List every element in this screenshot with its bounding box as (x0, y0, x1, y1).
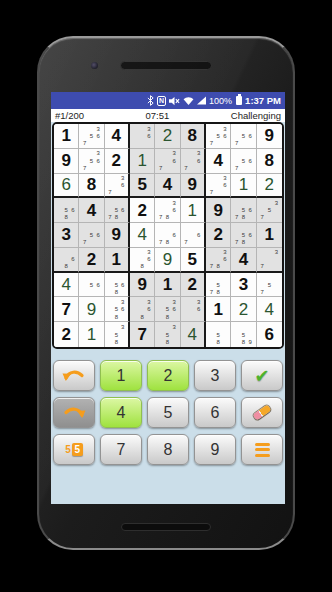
eraser-button[interactable] (241, 397, 283, 428)
pencil-marks: 67 (181, 223, 204, 247)
key-label: 4 (117, 404, 126, 422)
cell-r7c8[interactable]: 3 (231, 273, 256, 298)
cell-r1c5[interactable]: 2 (155, 124, 180, 149)
cell-r3c6[interactable]: 9 (181, 174, 206, 199)
cell-r7c9[interactable]: 57 (257, 273, 282, 298)
check-button[interactable]: ✔ (241, 360, 283, 391)
cell-r9c7[interactable]: 58 (206, 322, 231, 347)
cell-r1c3[interactable]: 4 (105, 124, 130, 149)
cell-r1c4[interactable]: 36 (130, 124, 155, 149)
given-digit: 1 (61, 127, 70, 144)
cell-r5c9[interactable]: 1 (257, 223, 282, 248)
given-digit: 9 (213, 202, 222, 219)
cell-r9c5[interactable]: 358 (155, 322, 180, 347)
cell-r7c4[interactable]: 9 (130, 273, 155, 298)
info-bar: #1/200 07:51 Challenging (51, 109, 285, 122)
cell-r3c3[interactable]: 367 (105, 174, 130, 199)
pencil-toggle-button[interactable]: 55 (53, 434, 95, 465)
given-digit: 4 (87, 202, 96, 219)
user-digit: 4 (61, 276, 70, 293)
keypad-row: 456 (53, 397, 283, 428)
cell-r3c9[interactable]: 2 (257, 174, 282, 199)
difficulty-label: Challenging (231, 110, 281, 121)
cell-r8c7[interactable]: 1 (206, 297, 231, 322)
key-1[interactable]: 1 (100, 360, 142, 391)
key-label: 8 (164, 441, 173, 459)
user-digit: 6 (61, 176, 70, 193)
cell-r9c2[interactable]: 1 (79, 322, 104, 347)
eraser-icon (253, 404, 272, 420)
pencil-marks: 578 (206, 273, 230, 297)
key-label: 2 (164, 367, 173, 385)
cell-r8c9[interactable]: 4 (257, 297, 282, 322)
cell-r7c5[interactable]: 1 (155, 273, 180, 298)
pencil-marks: 368 (130, 297, 154, 321)
cell-r6c6[interactable]: 5 (181, 248, 206, 273)
nfc-icon: N (157, 96, 166, 106)
cell-r9c1[interactable]: 2 (54, 322, 79, 347)
cell-r3c8[interactable]: 1 (231, 174, 256, 199)
cell-r3c5[interactable]: 4 (155, 174, 180, 199)
cell-r8c2[interactable]: 9 (79, 297, 104, 322)
key-3[interactable]: 3 (194, 360, 236, 391)
cell-r7c7[interactable]: 578 (206, 273, 231, 298)
user-digit: 1 (239, 176, 248, 193)
pencil-marks: 37 (257, 248, 282, 271)
given-digit: 3 (239, 276, 248, 293)
cell-r9c8[interactable]: 589 (231, 322, 256, 347)
cell-r3c2[interactable]: 8 (79, 174, 104, 199)
cell-r1c2[interactable]: 3567 (79, 124, 104, 149)
pencil-marks: 567 (231, 124, 255, 148)
given-digit: 1 (112, 251, 121, 268)
pencil-marks: 5678 (231, 198, 255, 222)
redo-button[interactable] (53, 397, 95, 428)
key-label: 9 (211, 441, 220, 459)
cell-r1c9[interactable]: 9 (257, 124, 282, 149)
user-digit: 1 (137, 152, 146, 169)
timer: 07:51 (146, 110, 170, 121)
given-digit: 2 (61, 326, 70, 343)
cell-r2c6[interactable]: 367 (181, 149, 206, 174)
cell-r5c7[interactable]: 2 (206, 223, 231, 248)
given-digit: 7 (137, 326, 146, 343)
menu-button[interactable] (241, 434, 283, 465)
cell-r7c3[interactable]: 568 (105, 273, 130, 298)
pencil-marks: 68 (54, 248, 78, 271)
cell-r5c8[interactable]: 5678 (231, 223, 256, 248)
cell-r3c1[interactable]: 6 (54, 174, 79, 199)
cell-r2c4[interactable]: 1 (130, 149, 155, 174)
bottom-speaker (121, 523, 211, 531)
given-digit: 8 (87, 176, 96, 193)
pencil-marks: 367 (181, 149, 204, 173)
pencil-marks: 5678 (231, 223, 255, 247)
cell-r1c6[interactable]: 8 (181, 124, 206, 149)
given-digit: 2 (188, 276, 197, 293)
pencil-marks: 567 (79, 223, 103, 247)
given-digit: 4 (213, 152, 222, 169)
cell-r8c5[interactable]: 3568 (155, 297, 180, 322)
cell-r5c2[interactable]: 567 (79, 223, 104, 248)
cell-r6c7[interactable]: 3678 (206, 248, 231, 273)
undo-button[interactable] (53, 360, 95, 391)
given-digit: 7 (61, 301, 70, 318)
key-label: 6 (211, 404, 220, 422)
cell-r6c4[interactable]: 368 (130, 248, 155, 273)
pencil-marks: 57 (257, 273, 282, 297)
cell-r5c5[interactable]: 678 (155, 223, 180, 248)
given-digit: 6 (265, 326, 274, 343)
pencil-marks: 58 (206, 322, 230, 347)
user-digit: 9 (163, 251, 172, 268)
pencil-marks: 367 (206, 174, 230, 197)
user-digit: 1 (188, 202, 197, 219)
user-digit: 2 (163, 127, 172, 144)
cell-r5c1[interactable]: 3 (54, 223, 79, 248)
cell-r4c5[interactable]: 3678 (155, 198, 180, 223)
pencil-mode-icon: 55 (65, 443, 83, 456)
cell-r1c7[interactable]: 3567 (206, 124, 231, 149)
pencil-marks: 3678 (155, 198, 179, 222)
user-digit: 9 (87, 301, 96, 318)
phone-frame: N 100% 1:37 PM #1/200 07:51 Challenging … (37, 36, 295, 550)
pencil-marks: 589 (231, 322, 255, 347)
sudoku-board: 1356743628356756799356721367367456786836… (52, 122, 284, 349)
cell-r7c2[interactable]: 56 (79, 273, 104, 298)
cell-r6c5[interactable]: 9 (155, 248, 180, 273)
cell-r7c6[interactable]: 2 (181, 273, 206, 298)
cell-r4c2[interactable]: 4 (79, 198, 104, 223)
screen: N 100% 1:37 PM #1/200 07:51 Challenging … (51, 92, 285, 504)
cell-r3c4[interactable]: 5 (130, 174, 155, 199)
cell-r6c2[interactable]: 2 (79, 248, 104, 273)
user-digit: 4 (188, 326, 197, 343)
given-digit: 1 (213, 301, 222, 318)
cell-r4c6[interactable]: 1 (181, 198, 206, 223)
pencil-marks: 568 (54, 198, 78, 222)
cell-r5c6[interactable]: 67 (181, 223, 206, 248)
cell-r8c1[interactable]: 7 (54, 297, 79, 322)
given-digit: 1 (265, 226, 274, 243)
cell-r6c3[interactable]: 1 (105, 248, 130, 273)
pencil-marks: 368 (130, 248, 154, 271)
key-4[interactable]: 4 (100, 397, 142, 428)
key-label: 3 (211, 367, 220, 385)
cell-r6c1[interactable]: 68 (54, 248, 79, 273)
key-2[interactable]: 2 (147, 360, 189, 391)
earpiece-speaker (120, 61, 212, 70)
battery-icon (236, 96, 242, 105)
given-digit: 8 (188, 127, 197, 144)
cell-r2c9[interactable]: 8 (257, 149, 282, 174)
given-digit: 4 (112, 127, 121, 144)
cell-r5c3[interactable]: 9 (105, 223, 130, 248)
pencil-marks: 567 (231, 149, 255, 173)
given-digit: 2 (87, 251, 96, 268)
given-digit: 9 (265, 127, 274, 144)
cell-r7c1[interactable]: 4 (54, 273, 79, 298)
status-bar: N 100% 1:37 PM (51, 92, 285, 109)
checkmark-icon: ✔ (254, 365, 269, 387)
cell-r6c9[interactable]: 37 (257, 248, 282, 273)
key-label: 1 (117, 367, 126, 385)
cell-r2c3[interactable]: 2 (105, 149, 130, 174)
cell-r8c8[interactable]: 2 (231, 297, 256, 322)
pencil-marks: 3567 (79, 149, 103, 173)
given-digit: 5 (137, 176, 146, 193)
given-digit: 2 (137, 202, 146, 219)
pencil-marks: 358 (155, 322, 179, 347)
cell-r2c8[interactable]: 567 (231, 149, 256, 174)
given-digit: 9 (137, 276, 146, 293)
given-digit: 2 (112, 152, 121, 169)
front-camera-icon (91, 62, 98, 69)
pencil-marks: 367 (105, 174, 128, 197)
given-digit: 9 (112, 226, 121, 243)
pencil-marks: 367 (155, 149, 179, 173)
cell-r5c4[interactable]: 4 (130, 223, 155, 248)
cell-r2c1[interactable]: 9 (54, 149, 79, 174)
cell-r4c7[interactable]: 9 (206, 198, 231, 223)
key-label: 5 (164, 404, 173, 422)
cell-r3c7[interactable]: 367 (206, 174, 231, 199)
pencil-marks: 3568 (105, 297, 128, 321)
cell-r2c2[interactable]: 3567 (79, 149, 104, 174)
user-digit: 1 (87, 326, 96, 343)
signal-icon (197, 96, 206, 105)
battery-percent: 100% (209, 96, 232, 106)
cell-r1c8[interactable]: 567 (231, 124, 256, 149)
puzzle-number: #1/200 (55, 110, 84, 121)
given-digit: 8 (265, 152, 274, 169)
key-7[interactable]: 7 (100, 434, 142, 465)
cell-r4c1[interactable]: 568 (54, 198, 79, 223)
bluetooth-icon (147, 95, 154, 106)
cell-r9c4[interactable]: 7 (130, 322, 155, 347)
given-digit: 4 (239, 251, 248, 268)
cell-r9c9[interactable]: 6 (257, 322, 282, 347)
cell-r6c8[interactable]: 4 (231, 248, 256, 273)
key-8[interactable]: 8 (147, 434, 189, 465)
given-digit: 2 (213, 226, 222, 243)
user-digit: 2 (239, 301, 248, 318)
pencil-marks: 568 (105, 273, 128, 297)
cell-r4c9[interactable]: 357 (257, 198, 282, 223)
given-digit: 3 (61, 226, 70, 243)
mute-icon (169, 96, 180, 106)
pencil-marks: 3568 (155, 297, 179, 321)
menu-bars-icon (255, 443, 270, 457)
pencil-marks: 357 (257, 198, 282, 222)
pencil-marks: 5678 (105, 198, 128, 222)
cell-r8c6[interactable]: 36 (181, 297, 206, 322)
cell-r2c7[interactable]: 4 (206, 149, 231, 174)
cell-r4c3[interactable]: 5678 (105, 198, 130, 223)
user-digit: 4 (265, 301, 274, 318)
pencil-marks: 678 (155, 223, 179, 247)
given-digit: 9 (188, 176, 197, 193)
pencil-marks: 36 (181, 297, 204, 321)
cell-r4c8[interactable]: 5678 (231, 198, 256, 223)
cell-r9c6[interactable]: 4 (181, 322, 206, 347)
key-5[interactable]: 5 (147, 397, 189, 428)
key-9[interactable]: 9 (194, 434, 236, 465)
given-digit: 5 (188, 251, 197, 268)
given-digit: 1 (163, 276, 172, 293)
cell-r8c4[interactable]: 368 (130, 297, 155, 322)
cell-r9c3[interactable]: 358 (105, 322, 130, 347)
pencil-marks: 358 (105, 322, 128, 347)
pencil-marks: 3678 (206, 248, 230, 271)
cell-r4c4[interactable]: 2 (130, 198, 155, 223)
given-digit: 4 (163, 176, 172, 193)
pencil-marks: 56 (79, 273, 103, 297)
cell-r8c3[interactable]: 3568 (105, 297, 130, 322)
cell-r2c5[interactable]: 367 (155, 149, 180, 174)
keypad: 123✔45655789 (51, 360, 285, 465)
pencil-marks: 3567 (206, 124, 230, 148)
cell-r1c1[interactable]: 1 (54, 124, 79, 149)
undo-arrow-icon (62, 368, 86, 383)
key-label: 7 (117, 441, 126, 459)
keypad-row: 55789 (53, 434, 283, 465)
key-6[interactable]: 6 (194, 397, 236, 428)
given-digit: 9 (61, 152, 70, 169)
redo-arrow-icon (62, 405, 86, 420)
status-time: 1:37 PM (245, 95, 281, 106)
wifi-icon (183, 96, 194, 105)
user-digit: 2 (265, 176, 274, 193)
keypad-row: 123✔ (53, 360, 283, 391)
pencil-marks: 3567 (79, 124, 103, 148)
pencil-marks: 36 (130, 124, 154, 148)
user-digit: 4 (137, 226, 146, 243)
